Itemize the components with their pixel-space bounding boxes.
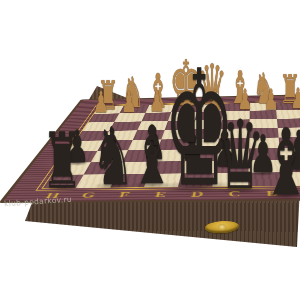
chess-set-photo: HGFEDCBA ♜♞♝♚♛♝♞♜♟♟♟♟♟♟♟♟♟♟♟♟♟♟♟♟♜♞♝♚♛♝♞… [0, 0, 300, 300]
piece-b-knight-b8: ♞ [296, 110, 300, 205]
piece-b-bishop-c8: ♝ [261, 117, 300, 209]
piece-b-knight-g8: ♞ [91, 117, 134, 197]
piece-b-rook-h8: ♜ [42, 123, 83, 199]
piece-b-queen-d8: ♛ [214, 108, 265, 203]
